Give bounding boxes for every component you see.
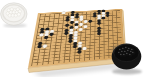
stone-highlight (129, 54, 130, 55)
black-stone[interactable]: ● (88, 19, 93, 23)
stone-highlight (132, 52, 133, 53)
stone-highlight (119, 49, 120, 50)
stone-highlight (130, 51, 131, 52)
stone-highlight (120, 54, 121, 55)
white-stone-bowl[interactable] (0, 1, 30, 28)
white-bowl-stones (6, 8, 21, 17)
black-stone[interactable]: ● (101, 16, 106, 20)
stone-highlight (122, 48, 123, 49)
white-stone[interactable]: ● (82, 46, 88, 51)
scene: ●●●●●●●●●●●●●●●●●●●●●●●●●●●●●●●●●●●●●●●●… (0, 0, 150, 77)
stone-highlight (118, 52, 119, 53)
stone-highlight (123, 54, 124, 55)
white-stone[interactable]: ● (78, 28, 83, 32)
white-stone[interactable]: ● (83, 25, 88, 29)
black-stone[interactable]: ● (49, 32, 55, 37)
stone-highlight (124, 51, 125, 52)
stone-highlight (125, 47, 126, 48)
white-bowl-stone[interactable] (17, 13, 20, 16)
stone-highlight (131, 49, 132, 50)
white-stone[interactable]: ● (61, 11, 66, 15)
black-stone[interactable]: ● (77, 50, 83, 55)
black-stone[interactable]: ● (97, 21, 102, 25)
black-stone[interactable]: ● (43, 35, 49, 40)
stone-highlight (127, 50, 128, 51)
black-stone-bowl[interactable] (108, 40, 150, 77)
stone-highlight (126, 53, 127, 54)
white-stone[interactable]: ● (42, 44, 48, 49)
black-stone[interactable]: ● (105, 14, 110, 18)
black-stone[interactable]: ● (97, 32, 102, 36)
black-bowl-stone[interactable] (132, 51, 136, 55)
stone-highlight (121, 51, 122, 52)
stone-highlight (128, 48, 129, 49)
